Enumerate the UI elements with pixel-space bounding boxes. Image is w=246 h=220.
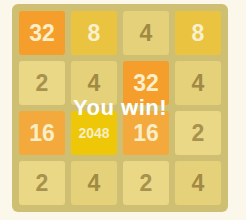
tile-r3c2-value-2048: 2048 <box>71 111 117 155</box>
tile-r4c4-value-4: 4 <box>175 161 221 205</box>
tile-r3c1-value-16: 16 <box>19 111 65 155</box>
tile-r1c4-value-8: 8 <box>175 11 221 55</box>
tile-r1c2-value-8: 8 <box>71 11 117 55</box>
tile-r3c3-value-16: 16 <box>123 111 169 155</box>
tile-r1c1-value-32: 32 <box>19 11 65 55</box>
tile-r2c3-value-32: 32 <box>123 61 169 105</box>
tile-r3c4-value-2: 2 <box>175 111 221 155</box>
tile-r2c1-value-2: 2 <box>19 61 65 105</box>
tile-r1c3-value-4: 4 <box>123 11 169 55</box>
tile-r2c4-value-4: 4 <box>175 61 221 105</box>
game-board-2048[interactable]: 32848243241620481622424 <box>12 4 228 212</box>
tile-r4c3-value-2: 2 <box>123 161 169 205</box>
tile-r4c1-value-2: 2 <box>19 161 65 205</box>
tile-r2c2-value-4: 4 <box>71 61 117 105</box>
tile-r4c2-value-4: 4 <box>71 161 117 205</box>
